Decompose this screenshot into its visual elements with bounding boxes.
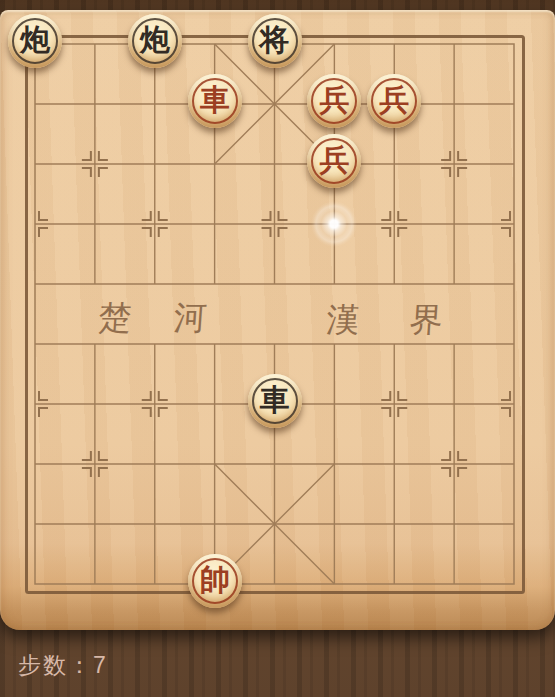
- piece-character: 兵: [319, 85, 349, 115]
- piece-character: 炮: [140, 25, 170, 55]
- piece-character: 兵: [379, 85, 409, 115]
- piece-character: 車: [260, 385, 290, 415]
- black-general-piece[interactable]: 将: [248, 14, 302, 68]
- move-counter-value: 7: [93, 652, 108, 679]
- red-soldier-piece[interactable]: 兵: [367, 74, 421, 128]
- red-general-piece[interactable]: 帥: [188, 554, 242, 608]
- board-grid: [0, 0, 555, 697]
- red-soldier-piece[interactable]: 兵: [307, 74, 361, 128]
- piece-character: 帥: [200, 565, 230, 595]
- red-chariot-piece[interactable]: 車: [188, 74, 242, 128]
- piece-character: 将: [260, 25, 290, 55]
- red-soldier-piece[interactable]: 兵: [307, 134, 361, 188]
- piece-character: 兵: [319, 145, 349, 175]
- river-label-right: 漢 界: [325, 298, 465, 343]
- black-cannon-piece[interactable]: 炮: [8, 14, 62, 68]
- black-cannon-piece[interactable]: 炮: [128, 14, 182, 68]
- piece-character: 車: [200, 85, 230, 115]
- move-counter: 步数：7: [18, 650, 108, 681]
- river-label-left: 楚 河: [97, 296, 225, 341]
- black-chariot-piece[interactable]: 車: [248, 374, 302, 428]
- move-counter-separator: ：: [68, 650, 93, 681]
- piece-character: 炮: [20, 25, 50, 55]
- move-counter-label: 步数: [18, 650, 68, 681]
